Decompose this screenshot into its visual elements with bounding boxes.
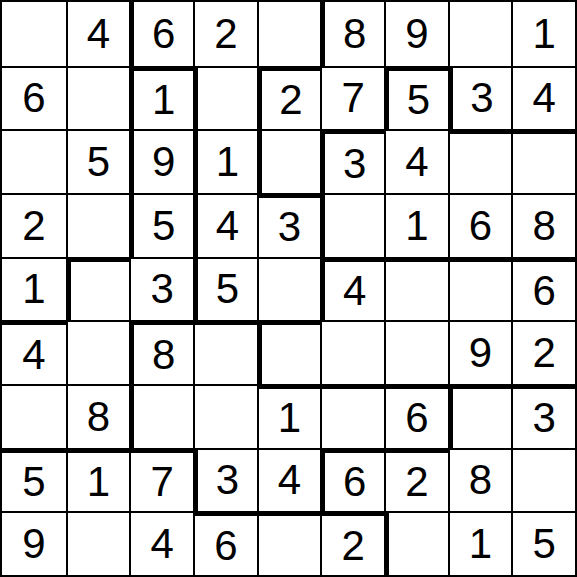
given-digit: 4	[278, 459, 301, 501]
given-digit: 7	[341, 77, 364, 119]
cell-r5c4[interactable]: 5	[193, 257, 257, 321]
cell-r8c9[interactable]	[511, 448, 575, 512]
given-digit: 1	[152, 79, 175, 121]
given-digit: 8	[469, 459, 492, 501]
given-digit: 1	[216, 141, 239, 183]
given-digit: 4	[216, 205, 239, 247]
given-digit: 8	[152, 334, 175, 376]
given-digit: 4	[405, 141, 428, 183]
cell-r4c3[interactable]: 5	[129, 193, 193, 257]
cell-r4c5[interactable]: 3	[257, 193, 321, 257]
cell-r6c6[interactable]	[320, 320, 384, 384]
cell-r5c2[interactable]	[66, 257, 130, 321]
given-digit: 6	[343, 461, 366, 503]
cell-r2c9[interactable]: 4	[511, 66, 575, 130]
given-digit: 2	[214, 13, 237, 55]
cell-r2c1[interactable]: 6	[2, 66, 66, 130]
cell-r8c8[interactable]: 8	[448, 448, 512, 512]
cell-r5c1[interactable]: 1	[2, 257, 66, 321]
given-digit: 5	[152, 205, 175, 247]
given-digit: 7	[150, 461, 173, 503]
cell-r4c2[interactable]	[66, 193, 130, 257]
cell-r6c5[interactable]	[257, 320, 321, 384]
given-digit: 9	[405, 13, 428, 55]
given-digit: 5	[87, 141, 110, 183]
cell-r9c1[interactable]: 9	[2, 511, 66, 575]
cell-r6c8[interactable]: 9	[448, 320, 512, 384]
cell-r6c2[interactable]	[66, 320, 130, 384]
given-digit: 6	[405, 397, 428, 439]
cell-r8c6[interactable]: 6	[320, 448, 384, 512]
given-digit: 9	[469, 332, 492, 374]
sudoku-page: 4628916127534591342543168135464892816351…	[0, 0, 577, 577]
given-digit: 3	[278, 206, 301, 248]
cell-r1c6[interactable]: 8	[320, 2, 384, 66]
given-digit: 5	[216, 268, 239, 310]
given-digit: 6	[469, 205, 492, 247]
cell-r7c6[interactable]	[320, 384, 384, 448]
cell-r1c3[interactable]: 6	[129, 2, 193, 66]
given-digit: 2	[279, 79, 302, 121]
cell-r8c5[interactable]: 4	[257, 448, 321, 512]
cell-r3c9[interactable]	[511, 129, 575, 193]
cell-r2c7[interactable]: 5	[384, 66, 448, 130]
given-digit: 1	[278, 397, 301, 439]
given-digit: 4	[87, 13, 110, 55]
cell-r6c3[interactable]: 8	[129, 320, 193, 384]
cell-r4c1[interactable]: 2	[2, 193, 66, 257]
given-digit: 1	[87, 461, 110, 503]
given-digit: 1	[22, 268, 45, 310]
cell-r4c6[interactable]	[320, 193, 384, 257]
sudoku-board: 4628916127534591342543168135464892816351…	[0, 0, 577, 577]
cell-r7c8[interactable]	[448, 384, 512, 448]
cell-r8c7[interactable]: 2	[384, 448, 448, 512]
given-digit: 5	[407, 79, 430, 121]
given-digit: 6	[152, 13, 175, 55]
cell-r2c5[interactable]: 2	[257, 66, 321, 130]
cell-r7c1[interactable]	[2, 384, 66, 448]
cell-r9c7[interactable]	[384, 511, 448, 575]
cell-r1c7[interactable]: 9	[384, 2, 448, 66]
cell-r1c4[interactable]: 2	[193, 2, 257, 66]
given-digit: 3	[470, 77, 493, 119]
cell-r3c3[interactable]: 9	[129, 129, 193, 193]
cell-r4c4[interactable]: 4	[193, 193, 257, 257]
given-digit: 9	[152, 141, 175, 183]
cell-r5c3[interactable]: 3	[129, 257, 193, 321]
cell-r9c5[interactable]	[257, 511, 321, 575]
given-digit: 4	[22, 334, 45, 376]
given-digit: 3	[216, 459, 239, 501]
cell-r1c5[interactable]	[257, 2, 321, 66]
given-digit: 1	[532, 13, 555, 55]
cell-r8c1[interactable]: 5	[2, 448, 66, 512]
cell-r7c2[interactable]: 8	[66, 384, 130, 448]
cell-r8c2[interactable]: 1	[66, 448, 130, 512]
cell-r6c9[interactable]: 2	[511, 320, 575, 384]
cell-r5c7[interactable]	[384, 257, 448, 321]
cell-r5c6[interactable]: 4	[320, 257, 384, 321]
given-digit: 2	[341, 525, 364, 567]
cell-r7c3[interactable]	[129, 384, 193, 448]
cell-r4c9[interactable]: 8	[511, 193, 575, 257]
cell-r2c2[interactable]	[66, 66, 130, 130]
cell-r5c5[interactable]	[257, 257, 321, 321]
cell-r3c6[interactable]: 3	[320, 129, 384, 193]
given-digit: 6	[532, 270, 555, 312]
cell-r2c6[interactable]: 7	[320, 66, 384, 130]
given-digit: 2	[532, 332, 555, 374]
cell-r8c3[interactable]: 7	[129, 448, 193, 512]
given-digit: 4	[150, 523, 173, 565]
cell-r9c4[interactable]: 6	[193, 511, 257, 575]
given-digit: 3	[150, 268, 173, 310]
given-digit: 1	[469, 523, 492, 565]
cell-r3c1[interactable]	[2, 129, 66, 193]
given-digit: 4	[343, 270, 366, 312]
cell-r8c4[interactable]: 3	[193, 448, 257, 512]
given-digit: 8	[87, 396, 110, 438]
cell-r9c8[interactable]: 1	[448, 511, 512, 575]
cell-r7c5[interactable]: 1	[257, 384, 321, 448]
given-digit: 9	[22, 523, 45, 565]
given-digit: 1	[405, 205, 428, 247]
cell-r1c2[interactable]: 4	[66, 2, 130, 66]
cell-r9c3[interactable]: 4	[129, 511, 193, 575]
cell-r6c7[interactable]	[384, 320, 448, 384]
cell-r3c2[interactable]: 5	[66, 129, 130, 193]
cell-r3c8[interactable]	[448, 129, 512, 193]
cell-r4c7[interactable]: 1	[384, 193, 448, 257]
given-digit: 3	[532, 397, 555, 439]
given-digit: 4	[532, 77, 555, 119]
cell-r3c5[interactable]	[257, 129, 321, 193]
cell-r6c4[interactable]	[193, 320, 257, 384]
cell-r7c9[interactable]: 3	[511, 384, 575, 448]
cell-r9c9[interactable]: 5	[511, 511, 575, 575]
cell-r3c7[interactable]: 4	[384, 129, 448, 193]
cell-r6c1[interactable]: 4	[2, 320, 66, 384]
cell-r2c4[interactable]	[193, 66, 257, 130]
given-digit: 8	[532, 205, 555, 247]
cell-r1c9[interactable]: 1	[511, 2, 575, 66]
given-digit: 3	[343, 143, 366, 185]
cell-r3c4[interactable]: 1	[193, 129, 257, 193]
cell-r7c4[interactable]	[193, 384, 257, 448]
given-digit: 6	[214, 525, 237, 567]
cell-r1c8[interactable]	[448, 2, 512, 66]
cell-r2c3[interactable]: 1	[129, 66, 193, 130]
given-digit: 6	[22, 77, 45, 119]
cell-r9c2[interactable]	[66, 511, 130, 575]
given-digit: 5	[22, 461, 45, 503]
cell-r5c9[interactable]: 6	[511, 257, 575, 321]
given-digit: 2	[22, 205, 45, 247]
given-digit: 5	[532, 523, 555, 565]
given-digit: 8	[343, 13, 366, 55]
cell-r7c7[interactable]: 6	[384, 384, 448, 448]
cell-r4c8[interactable]: 6	[448, 193, 512, 257]
cell-r2c8[interactable]: 3	[448, 66, 512, 130]
cell-r5c8[interactable]	[448, 257, 512, 321]
given-digit: 2	[405, 461, 428, 503]
cell-r9c6[interactable]: 2	[320, 511, 384, 575]
cell-r1c1[interactable]	[2, 2, 66, 66]
